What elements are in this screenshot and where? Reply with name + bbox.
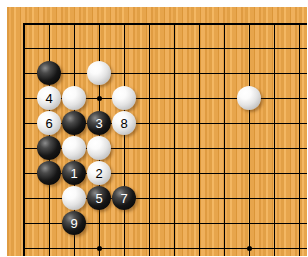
goban[interactable]: 463812579 xyxy=(7,7,307,256)
move-number: 1 xyxy=(70,167,77,180)
stone-black[interactable] xyxy=(37,61,61,85)
move-number: 3 xyxy=(95,117,102,130)
stone-black-move-7[interactable]: 7 xyxy=(112,186,136,210)
stone-white-move-6[interactable]: 6 xyxy=(37,111,61,135)
stone-white[interactable] xyxy=(112,86,136,110)
stone-black-move-3[interactable]: 3 xyxy=(87,111,111,135)
stone-white[interactable] xyxy=(62,136,86,160)
stone-black-move-9[interactable]: 9 xyxy=(62,211,86,235)
stone-grid: 463812579 xyxy=(12,11,308,257)
move-number: 2 xyxy=(95,167,102,180)
stone-white[interactable] xyxy=(87,136,111,160)
stone-black-move-5[interactable]: 5 xyxy=(87,186,111,210)
stone-white[interactable] xyxy=(237,86,261,110)
move-number: 4 xyxy=(45,92,52,105)
stone-white-move-8[interactable]: 8 xyxy=(112,111,136,135)
move-number: 5 xyxy=(95,192,102,205)
stone-white[interactable] xyxy=(62,86,86,110)
move-number: 9 xyxy=(70,217,77,230)
stone-black-move-1[interactable]: 1 xyxy=(62,161,86,185)
stone-black[interactable] xyxy=(62,111,86,135)
stone-black[interactable] xyxy=(37,161,61,185)
stone-white[interactable] xyxy=(62,186,86,210)
stone-white-move-4[interactable]: 4 xyxy=(37,86,61,110)
stone-white-move-2[interactable]: 2 xyxy=(87,161,111,185)
move-number: 6 xyxy=(45,117,52,130)
go-diagram: 463812579 xyxy=(0,0,307,257)
stone-white[interactable] xyxy=(87,61,111,85)
move-number: 8 xyxy=(120,117,127,130)
move-number: 7 xyxy=(120,192,127,205)
stone-black[interactable] xyxy=(37,136,61,160)
